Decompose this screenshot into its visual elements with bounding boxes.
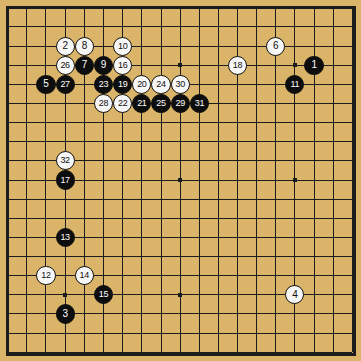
board-intersection[interactable]	[151, 17, 170, 36]
board-intersection[interactable]	[324, 266, 343, 285]
board-intersection[interactable]	[0, 75, 17, 94]
board-intersection[interactable]	[190, 0, 209, 17]
board-intersection[interactable]	[266, 56, 285, 75]
board-intersection[interactable]	[113, 228, 132, 247]
board-intersection[interactable]	[75, 285, 94, 304]
board-intersection[interactable]	[190, 113, 209, 132]
board-intersection[interactable]	[94, 324, 113, 343]
board-intersection[interactable]	[343, 37, 361, 56]
board-intersection[interactable]	[190, 266, 209, 285]
board-intersection[interactable]: 9	[94, 56, 113, 75]
board-intersection[interactable]	[113, 0, 132, 17]
board-intersection[interactable]	[247, 228, 266, 247]
board-intersection[interactable]	[324, 247, 343, 266]
board-intersection[interactable]: 24	[151, 75, 170, 94]
board-intersection[interactable]	[17, 132, 36, 151]
board-intersection[interactable]	[343, 0, 361, 17]
board-intersection[interactable]	[36, 94, 55, 113]
board-intersection[interactable]	[304, 37, 323, 56]
board-intersection[interactable]	[56, 94, 75, 113]
board-intersection[interactable]	[113, 190, 132, 209]
board-intersection[interactable]	[190, 285, 209, 304]
board-intersection[interactable]	[285, 304, 304, 323]
board-intersection[interactable]	[36, 343, 55, 361]
board-intersection[interactable]	[190, 324, 209, 343]
board-intersection[interactable]	[209, 170, 228, 189]
board-intersection[interactable]	[151, 266, 170, 285]
board-intersection[interactable]	[94, 132, 113, 151]
board-intersection[interactable]	[151, 190, 170, 209]
board-intersection[interactable]	[266, 0, 285, 17]
board-intersection[interactable]	[113, 247, 132, 266]
board-intersection[interactable]	[324, 343, 343, 361]
board-intersection[interactable]	[113, 304, 132, 323]
board-intersection[interactable]	[94, 0, 113, 17]
board-intersection[interactable]	[36, 285, 55, 304]
board-intersection[interactable]	[36, 170, 55, 189]
board-intersection[interactable]	[343, 151, 361, 170]
board-intersection[interactable]	[247, 343, 266, 361]
board-intersection[interactable]	[0, 304, 17, 323]
board-intersection[interactable]	[0, 37, 17, 56]
board-intersection[interactable]	[17, 75, 36, 94]
board-intersection[interactable]	[171, 266, 190, 285]
board-intersection[interactable]	[56, 247, 75, 266]
board-intersection[interactable]	[171, 151, 190, 170]
board-intersection[interactable]	[171, 209, 190, 228]
board-intersection[interactable]	[285, 170, 304, 189]
board-intersection[interactable]	[94, 113, 113, 132]
board-intersection[interactable]	[190, 228, 209, 247]
board-intersection[interactable]	[247, 304, 266, 323]
board-intersection[interactable]	[247, 209, 266, 228]
board-intersection[interactable]	[228, 151, 247, 170]
board-intersection[interactable]	[304, 151, 323, 170]
board-intersection[interactable]	[17, 247, 36, 266]
board-intersection[interactable]	[343, 17, 361, 36]
board-intersection[interactable]	[266, 343, 285, 361]
board-intersection[interactable]	[324, 190, 343, 209]
board-intersection[interactable]: 11	[285, 75, 304, 94]
board-intersection[interactable]	[94, 247, 113, 266]
board-intersection[interactable]	[36, 113, 55, 132]
board-intersection[interactable]: 25	[151, 94, 170, 113]
board-intersection[interactable]	[132, 304, 151, 323]
board-intersection[interactable]: 1	[304, 56, 323, 75]
board-intersection[interactable]	[171, 132, 190, 151]
board-intersection[interactable]: 23	[94, 75, 113, 94]
board-intersection[interactable]	[304, 94, 323, 113]
board-intersection[interactable]	[171, 285, 190, 304]
board-intersection[interactable]	[75, 324, 94, 343]
board-intersection[interactable]	[324, 75, 343, 94]
board-intersection[interactable]	[266, 17, 285, 36]
board-intersection[interactable]	[113, 266, 132, 285]
board-intersection[interactable]	[209, 113, 228, 132]
board-intersection[interactable]	[113, 343, 132, 361]
board-intersection[interactable]	[285, 228, 304, 247]
board-intersection[interactable]	[56, 285, 75, 304]
board-intersection[interactable]	[247, 151, 266, 170]
board-intersection[interactable]	[132, 343, 151, 361]
board-intersection[interactable]	[36, 37, 55, 56]
board-intersection[interactable]	[36, 0, 55, 17]
board-intersection[interactable]	[304, 75, 323, 94]
board-intersection[interactable]	[247, 132, 266, 151]
board-intersection[interactable]	[151, 170, 170, 189]
board-intersection[interactable]	[17, 285, 36, 304]
board-intersection[interactable]	[56, 266, 75, 285]
board-intersection[interactable]	[56, 132, 75, 151]
board-intersection[interactable]	[285, 190, 304, 209]
board-intersection[interactable]	[266, 304, 285, 323]
board-intersection[interactable]	[56, 0, 75, 17]
board-intersection[interactable]	[151, 0, 170, 17]
board-intersection[interactable]	[151, 247, 170, 266]
board-intersection[interactable]	[171, 247, 190, 266]
board-intersection[interactable]	[324, 56, 343, 75]
board-intersection[interactable]	[324, 324, 343, 343]
board-intersection[interactable]	[209, 94, 228, 113]
board-intersection[interactable]	[285, 94, 304, 113]
board-intersection[interactable]: 26	[56, 56, 75, 75]
board-intersection[interactable]	[247, 190, 266, 209]
board-intersection[interactable]: 2	[56, 37, 75, 56]
board-intersection[interactable]	[75, 228, 94, 247]
board-intersection[interactable]	[343, 113, 361, 132]
board-intersection[interactable]	[132, 170, 151, 189]
board-intersection[interactable]: 15	[94, 285, 113, 304]
board-intersection[interactable]	[304, 266, 323, 285]
board-intersection[interactable]	[190, 56, 209, 75]
board-intersection[interactable]	[151, 151, 170, 170]
board-intersection[interactable]	[247, 0, 266, 17]
board-intersection[interactable]	[94, 151, 113, 170]
board-intersection[interactable]	[190, 151, 209, 170]
board-intersection[interactable]	[343, 94, 361, 113]
board-intersection[interactable]	[228, 190, 247, 209]
board-intersection[interactable]	[209, 324, 228, 343]
board-intersection[interactable]	[0, 209, 17, 228]
board-intersection[interactable]	[266, 285, 285, 304]
board-intersection[interactable]	[17, 190, 36, 209]
board-intersection[interactable]	[171, 324, 190, 343]
board-intersection[interactable]	[132, 132, 151, 151]
board-intersection[interactable]	[266, 94, 285, 113]
board-intersection[interactable]	[113, 132, 132, 151]
board-intersection[interactable]	[132, 228, 151, 247]
board-intersection[interactable]	[285, 56, 304, 75]
board-intersection[interactable]	[285, 343, 304, 361]
board-intersection[interactable]	[0, 324, 17, 343]
board-intersection[interactable]	[343, 228, 361, 247]
board-intersection[interactable]	[56, 209, 75, 228]
board-intersection[interactable]	[343, 56, 361, 75]
board-intersection[interactable]	[228, 266, 247, 285]
board-intersection[interactable]	[266, 209, 285, 228]
board-intersection[interactable]	[343, 247, 361, 266]
board-intersection[interactable]: 7	[75, 56, 94, 75]
board-intersection[interactable]	[17, 304, 36, 323]
board-intersection[interactable]	[94, 343, 113, 361]
board-intersection[interactable]	[75, 170, 94, 189]
board-intersection[interactable]	[75, 75, 94, 94]
board-intersection[interactable]	[36, 304, 55, 323]
board-intersection[interactable]	[285, 247, 304, 266]
board-intersection[interactable]	[266, 151, 285, 170]
board-intersection[interactable]	[113, 151, 132, 170]
board-intersection[interactable]	[132, 209, 151, 228]
board-intersection[interactable]: 27	[56, 75, 75, 94]
board-intersection[interactable]	[171, 37, 190, 56]
board-intersection[interactable]	[343, 209, 361, 228]
board-intersection[interactable]	[94, 304, 113, 323]
board-intersection[interactable]	[209, 17, 228, 36]
board-intersection[interactable]	[132, 113, 151, 132]
board-intersection[interactable]: 18	[228, 56, 247, 75]
board-intersection[interactable]	[228, 209, 247, 228]
board-intersection[interactable]: 16	[113, 56, 132, 75]
board-intersection[interactable]	[0, 247, 17, 266]
board-intersection[interactable]	[113, 285, 132, 304]
board-intersection[interactable]	[228, 285, 247, 304]
board-intersection[interactable]	[113, 170, 132, 189]
board-intersection[interactable]: 4	[285, 285, 304, 304]
board-intersection[interactable]	[324, 17, 343, 36]
board-intersection[interactable]	[304, 17, 323, 36]
board-intersection[interactable]	[75, 0, 94, 17]
board-intersection[interactable]	[343, 190, 361, 209]
board-intersection[interactable]	[247, 113, 266, 132]
board-intersection[interactable]	[132, 56, 151, 75]
board-intersection[interactable]	[0, 343, 17, 361]
board-intersection[interactable]	[266, 324, 285, 343]
board-intersection[interactable]	[190, 304, 209, 323]
board-intersection[interactable]	[0, 17, 17, 36]
board-intersection[interactable]	[304, 170, 323, 189]
board-intersection[interactable]	[151, 113, 170, 132]
board-intersection[interactable]	[304, 132, 323, 151]
board-intersection[interactable]: 19	[113, 75, 132, 94]
board-intersection[interactable]	[171, 304, 190, 323]
board-intersection[interactable]	[36, 247, 55, 266]
board-intersection[interactable]	[0, 285, 17, 304]
board-intersection[interactable]	[209, 247, 228, 266]
board-intersection[interactable]	[343, 75, 361, 94]
board-intersection[interactable]: 10	[113, 37, 132, 56]
board-intersection[interactable]	[171, 0, 190, 17]
board-intersection[interactable]	[285, 0, 304, 17]
board-intersection[interactable]	[36, 228, 55, 247]
board-intersection[interactable]	[36, 56, 55, 75]
board-intersection[interactable]	[171, 17, 190, 36]
board-intersection[interactable]	[132, 151, 151, 170]
board-intersection[interactable]	[0, 228, 17, 247]
board-intersection[interactable]	[17, 17, 36, 36]
board-intersection[interactable]	[36, 190, 55, 209]
board-intersection[interactable]	[209, 304, 228, 323]
board-intersection[interactable]	[343, 304, 361, 323]
board-intersection[interactable]	[171, 343, 190, 361]
board-intersection[interactable]	[304, 228, 323, 247]
board-intersection[interactable]	[304, 113, 323, 132]
board-intersection[interactable]	[17, 228, 36, 247]
board-intersection[interactable]	[151, 228, 170, 247]
board-intersection[interactable]	[75, 17, 94, 36]
board-intersection[interactable]	[190, 343, 209, 361]
board-intersection[interactable]: 5	[36, 75, 55, 94]
board-intersection[interactable]	[36, 17, 55, 36]
board-intersection[interactable]	[0, 56, 17, 75]
board-intersection[interactable]	[17, 0, 36, 17]
board-intersection[interactable]: 6	[266, 37, 285, 56]
board-intersection[interactable]	[247, 17, 266, 36]
board-intersection[interactable]	[324, 304, 343, 323]
board-intersection[interactable]	[151, 209, 170, 228]
board-intersection[interactable]	[190, 37, 209, 56]
board-intersection[interactable]	[343, 266, 361, 285]
board-intersection[interactable]	[343, 324, 361, 343]
board-intersection[interactable]	[266, 228, 285, 247]
board-intersection[interactable]	[209, 0, 228, 17]
board-intersection[interactable]	[171, 113, 190, 132]
board-intersection[interactable]: 29	[171, 94, 190, 113]
board-intersection[interactable]	[56, 17, 75, 36]
board-intersection[interactable]	[75, 151, 94, 170]
board-intersection[interactable]	[247, 37, 266, 56]
board-intersection[interactable]	[17, 209, 36, 228]
board-intersection[interactable]	[324, 113, 343, 132]
board-intersection[interactable]	[266, 190, 285, 209]
board-intersection[interactable]	[266, 170, 285, 189]
board-intersection[interactable]	[285, 266, 304, 285]
board-intersection[interactable]	[304, 209, 323, 228]
board-intersection[interactable]	[247, 75, 266, 94]
board-intersection[interactable]	[171, 228, 190, 247]
board-intersection[interactable]	[266, 266, 285, 285]
board-intersection[interactable]	[94, 190, 113, 209]
board-intersection[interactable]	[132, 266, 151, 285]
board-intersection[interactable]	[324, 0, 343, 17]
board-intersection[interactable]	[209, 190, 228, 209]
board-intersection[interactable]	[324, 170, 343, 189]
board-intersection[interactable]	[132, 324, 151, 343]
board-intersection[interactable]	[0, 190, 17, 209]
board-intersection[interactable]	[56, 324, 75, 343]
board-intersection[interactable]	[304, 285, 323, 304]
board-intersection[interactable]	[228, 37, 247, 56]
board-intersection[interactable]	[228, 170, 247, 189]
board-intersection[interactable]	[132, 285, 151, 304]
board-intersection[interactable]	[132, 37, 151, 56]
board-intersection[interactable]	[266, 247, 285, 266]
board-intersection[interactable]	[36, 209, 55, 228]
board-intersection[interactable]	[209, 56, 228, 75]
board-intersection[interactable]	[228, 0, 247, 17]
board-intersection[interactable]	[209, 37, 228, 56]
board-intersection[interactable]	[0, 94, 17, 113]
board-intersection[interactable]	[209, 209, 228, 228]
board-intersection[interactable]	[151, 132, 170, 151]
board-intersection[interactable]	[151, 304, 170, 323]
board-intersection[interactable]	[190, 17, 209, 36]
board-intersection[interactable]	[0, 266, 17, 285]
board-intersection[interactable]	[0, 0, 17, 17]
board-intersection[interactable]	[56, 113, 75, 132]
board-intersection[interactable]	[36, 151, 55, 170]
board-intersection[interactable]	[304, 0, 323, 17]
board-intersection[interactable]	[209, 151, 228, 170]
board-intersection[interactable]: 13	[56, 228, 75, 247]
board-intersection[interactable]	[285, 37, 304, 56]
board-intersection[interactable]	[94, 37, 113, 56]
board-intersection[interactable]: 3	[56, 304, 75, 323]
board-intersection[interactable]	[304, 190, 323, 209]
board-intersection[interactable]: 14	[75, 266, 94, 285]
board-intersection[interactable]	[228, 228, 247, 247]
board-intersection[interactable]	[75, 247, 94, 266]
board-intersection[interactable]	[75, 132, 94, 151]
board-intersection[interactable]	[171, 190, 190, 209]
board-intersection[interactable]	[17, 170, 36, 189]
board-intersection[interactable]	[247, 170, 266, 189]
board-intersection[interactable]: 28	[94, 94, 113, 113]
board-intersection[interactable]	[75, 343, 94, 361]
board-intersection[interactable]	[247, 94, 266, 113]
board-intersection[interactable]	[0, 113, 17, 132]
board-intersection[interactable]	[209, 132, 228, 151]
board-intersection[interactable]	[285, 17, 304, 36]
board-intersection[interactable]	[247, 266, 266, 285]
board-intersection[interactable]	[228, 94, 247, 113]
board-intersection[interactable]	[17, 37, 36, 56]
board-intersection[interactable]	[304, 343, 323, 361]
board-intersection[interactable]	[132, 0, 151, 17]
board-intersection[interactable]: 8	[75, 37, 94, 56]
board-intersection[interactable]	[304, 247, 323, 266]
board-intersection[interactable]	[343, 132, 361, 151]
board-intersection[interactable]	[285, 151, 304, 170]
board-intersection[interactable]	[247, 285, 266, 304]
board-intersection[interactable]	[0, 132, 17, 151]
board-intersection[interactable]	[324, 228, 343, 247]
board-intersection[interactable]	[94, 209, 113, 228]
board-intersection[interactable]	[75, 304, 94, 323]
board-intersection[interactable]	[190, 209, 209, 228]
board-intersection[interactable]	[228, 304, 247, 323]
board-intersection[interactable]	[113, 113, 132, 132]
board-intersection[interactable]	[94, 266, 113, 285]
board-intersection[interactable]	[75, 190, 94, 209]
board-intersection[interactable]	[151, 37, 170, 56]
board-intersection[interactable]	[304, 304, 323, 323]
board-intersection[interactable]	[151, 56, 170, 75]
board-intersection[interactable]: 12	[36, 266, 55, 285]
board-intersection[interactable]	[75, 94, 94, 113]
board-intersection[interactable]	[0, 170, 17, 189]
board-intersection[interactable]	[266, 132, 285, 151]
board-intersection[interactable]	[247, 324, 266, 343]
board-intersection[interactable]	[190, 75, 209, 94]
board-intersection[interactable]	[209, 266, 228, 285]
board-intersection[interactable]	[247, 247, 266, 266]
board-intersection[interactable]	[324, 94, 343, 113]
board-intersection[interactable]	[132, 247, 151, 266]
board-intersection[interactable]: 32	[56, 151, 75, 170]
board-intersection[interactable]	[228, 17, 247, 36]
board-intersection[interactable]	[75, 113, 94, 132]
board-intersection[interactable]	[228, 75, 247, 94]
